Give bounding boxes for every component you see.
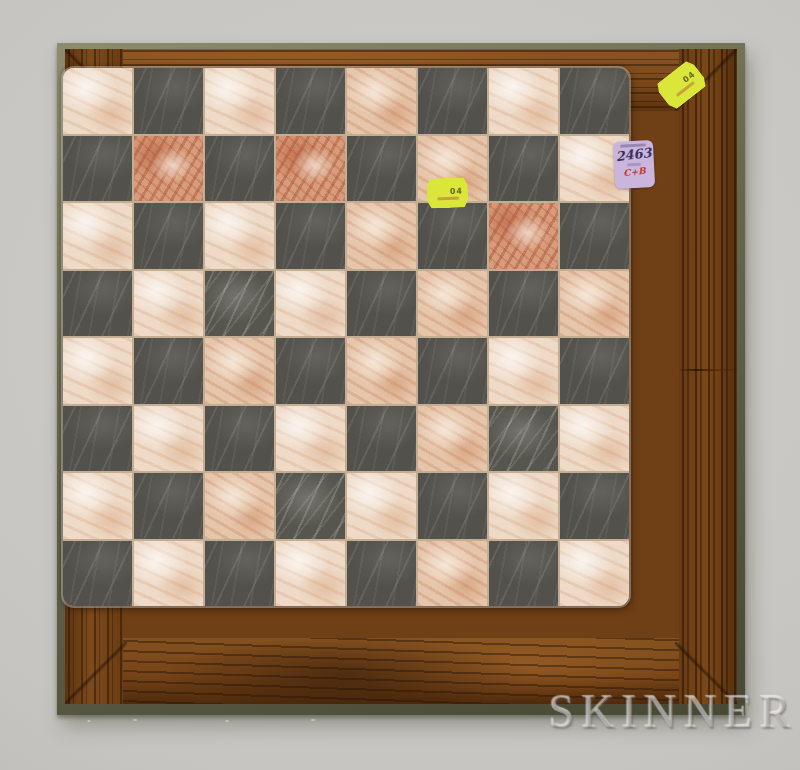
square-g2: [489, 473, 558, 539]
square-h8: [560, 68, 629, 134]
square-a2: [63, 473, 132, 539]
photo-background: 2463 C+B 04 04 SKINNER: [0, 0, 800, 770]
square-a4: [63, 338, 132, 404]
frame-right-molding: [679, 49, 737, 704]
square-h6: [560, 203, 629, 269]
square-h2: [560, 473, 629, 539]
square-c4: [205, 338, 274, 404]
square-b3: [134, 406, 203, 472]
square-d4: [276, 338, 345, 404]
square-e6: [347, 203, 416, 269]
auction-watermark: SKINNER: [549, 686, 800, 738]
square-d5: [276, 271, 345, 337]
square-f2: [418, 473, 487, 539]
square-c3: [205, 406, 274, 472]
square-d6: [276, 203, 345, 269]
square-d2: [276, 473, 345, 539]
square-b7: [134, 136, 203, 202]
square-b1: [134, 541, 203, 607]
square-f3: [418, 406, 487, 472]
square-c2: [205, 473, 274, 539]
square-a5: [63, 271, 132, 337]
square-e4: [347, 338, 416, 404]
frame-seam: [679, 369, 737, 371]
square-a3: [63, 406, 132, 472]
square-f4: [418, 338, 487, 404]
price-sticker-board: 04: [426, 177, 468, 208]
square-a1: [63, 541, 132, 607]
square-h4: [560, 338, 629, 404]
price-sticker-number: 04: [681, 69, 697, 84]
square-a6: [63, 203, 132, 269]
chess-board: [63, 68, 629, 606]
square-g4: [489, 338, 558, 404]
square-b4: [134, 338, 203, 404]
square-e8: [347, 68, 416, 134]
square-b2: [134, 473, 203, 539]
lot-code: C+B: [623, 166, 646, 178]
square-f1: [418, 541, 487, 607]
lot-sticker-purple: 2463 C+B: [613, 140, 655, 189]
square-b5: [134, 271, 203, 337]
square-h3: [560, 406, 629, 472]
square-c8: [205, 68, 274, 134]
square-g7: [489, 136, 558, 202]
square-d1: [276, 541, 345, 607]
square-b8: [134, 68, 203, 134]
square-a8: [63, 68, 132, 134]
price-sticker-faint-digits: [437, 196, 459, 200]
square-g6: [489, 203, 558, 269]
square-c1: [205, 541, 274, 607]
square-e5: [347, 271, 416, 337]
square-h1: [560, 541, 629, 607]
lot-number: 2463: [615, 146, 653, 164]
square-g5: [489, 271, 558, 337]
square-f6: [418, 203, 487, 269]
square-d3: [276, 406, 345, 472]
square-e7: [347, 136, 416, 202]
square-g3: [489, 406, 558, 472]
square-e1: [347, 541, 416, 607]
square-c6: [205, 203, 274, 269]
square-h5: [560, 271, 629, 337]
square-g1: [489, 541, 558, 607]
square-b6: [134, 203, 203, 269]
square-g8: [489, 68, 558, 134]
square-d8: [276, 68, 345, 134]
price-sticker-faint-digits: [675, 81, 694, 97]
square-c7: [205, 136, 274, 202]
square-c5: [205, 271, 274, 337]
square-f5: [418, 271, 487, 337]
square-d7: [276, 136, 345, 202]
square-e3: [347, 406, 416, 472]
frame-paint-chips: [77, 718, 377, 724]
square-a7: [63, 136, 132, 202]
square-f8: [418, 68, 487, 134]
price-sticker-number: 04: [450, 186, 463, 195]
square-e2: [347, 473, 416, 539]
